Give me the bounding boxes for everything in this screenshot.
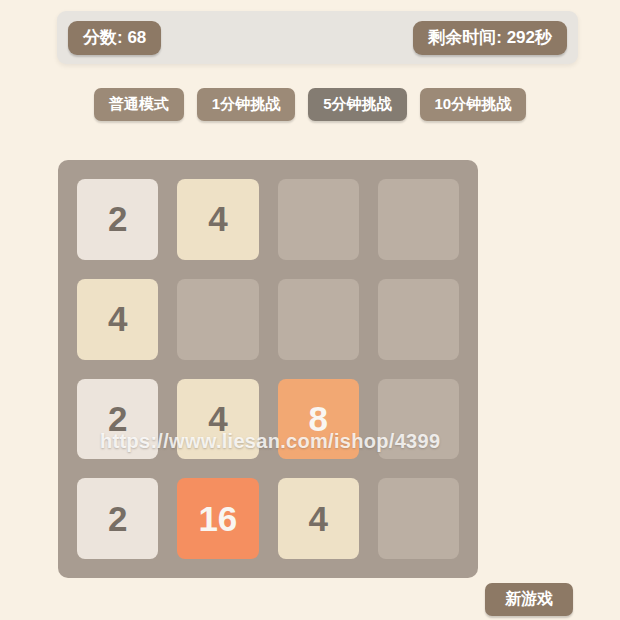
tile-4: 4 — [77, 279, 158, 360]
empty-cell — [378, 279, 459, 360]
mode-buttons: 普通模式1分钟挑战5分钟挑战10分钟挑战 — [0, 88, 620, 121]
tile-16: 16 — [177, 478, 258, 559]
mode-button-5min[interactable]: 5分钟挑战 — [308, 88, 406, 121]
mode-button-1min[interactable]: 1分钟挑战 — [197, 88, 295, 121]
tile-4: 4 — [177, 379, 258, 460]
mode-button-10min[interactable]: 10分钟挑战 — [420, 88, 527, 121]
empty-cell — [378, 179, 459, 260]
empty-cell — [278, 279, 359, 360]
empty-cell — [278, 179, 359, 260]
tile-2: 2 — [77, 179, 158, 260]
time-badge: 剩余时间: 292秒 — [413, 21, 567, 55]
tile-4: 4 — [177, 179, 258, 260]
tile-2: 2 — [77, 379, 158, 460]
empty-cell — [378, 478, 459, 559]
status-bar: 分数: 68 剩余时间: 292秒 — [57, 11, 578, 64]
empty-cell — [177, 279, 258, 360]
tile-2: 2 — [77, 478, 158, 559]
board[interactable]: 2442482164 — [58, 160, 478, 578]
new-game-button[interactable]: 新游戏 — [485, 583, 573, 616]
empty-cell — [378, 379, 459, 460]
tile-4: 4 — [278, 478, 359, 559]
game-page: 分数: 68 剩余时间: 292秒 普通模式1分钟挑战5分钟挑战10分钟挑战 2… — [0, 0, 620, 620]
score-badge: 分数: 68 — [68, 21, 161, 55]
tile-8: 8 — [278, 379, 359, 460]
mode-button-normal[interactable]: 普通模式 — [94, 88, 184, 121]
